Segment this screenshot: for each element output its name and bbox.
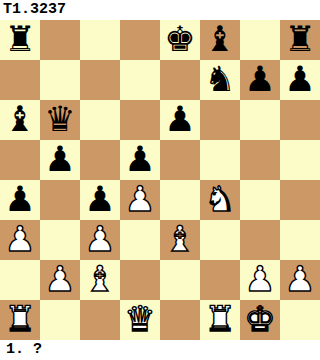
black-pawn-piece: ♟ xyxy=(244,60,275,99)
black-bishop-piece: ♝ xyxy=(4,100,35,139)
square-g5[interactable] xyxy=(240,140,280,180)
square-f1[interactable]: ♜ xyxy=(200,300,240,340)
chess-board: ♜♚♝♜♞♟♟♝♛♟♟♟♟♟♟♞♟♟♝♟♝♟♟♜♛♜♚ xyxy=(0,20,320,340)
white-bishop-piece: ♝ xyxy=(164,220,195,259)
black-pawn-piece: ♟ xyxy=(164,100,195,139)
white-knight-piece: ♞ xyxy=(204,180,235,219)
move-prompt: 1. ? xyxy=(0,340,320,360)
square-e7[interactable] xyxy=(160,60,200,100)
square-b4[interactable] xyxy=(40,180,80,220)
square-g1[interactable]: ♚ xyxy=(240,300,280,340)
black-pawn-piece: ♟ xyxy=(4,180,35,219)
square-g7[interactable]: ♟ xyxy=(240,60,280,100)
white-pawn-piece: ♟ xyxy=(44,260,75,299)
square-d1[interactable]: ♛ xyxy=(120,300,160,340)
square-a8[interactable]: ♜ xyxy=(0,20,40,60)
square-e2[interactable] xyxy=(160,260,200,300)
square-c4[interactable]: ♟ xyxy=(80,180,120,220)
square-g8[interactable] xyxy=(240,20,280,60)
square-e1[interactable] xyxy=(160,300,200,340)
square-h4[interactable] xyxy=(280,180,320,220)
square-f4[interactable]: ♞ xyxy=(200,180,240,220)
square-g6[interactable] xyxy=(240,100,280,140)
square-f6[interactable] xyxy=(200,100,240,140)
square-d6[interactable] xyxy=(120,100,160,140)
square-g3[interactable] xyxy=(240,220,280,260)
white-pawn-piece: ♟ xyxy=(244,260,275,299)
square-e6[interactable]: ♟ xyxy=(160,100,200,140)
white-rook-piece: ♜ xyxy=(204,300,235,339)
black-pawn-piece: ♟ xyxy=(124,140,155,179)
square-c5[interactable] xyxy=(80,140,120,180)
black-queen-piece: ♛ xyxy=(44,100,75,139)
white-rook-piece: ♜ xyxy=(4,300,35,339)
black-pawn-piece: ♟ xyxy=(284,60,315,99)
white-pawn-piece: ♟ xyxy=(124,180,155,219)
square-f7[interactable]: ♞ xyxy=(200,60,240,100)
square-h1[interactable] xyxy=(280,300,320,340)
square-h5[interactable] xyxy=(280,140,320,180)
square-h3[interactable] xyxy=(280,220,320,260)
white-bishop-piece: ♝ xyxy=(84,260,115,299)
square-c8[interactable] xyxy=(80,20,120,60)
black-rook-piece: ♜ xyxy=(4,20,35,59)
black-rook-piece: ♜ xyxy=(284,20,315,59)
black-pawn-piece: ♟ xyxy=(84,180,115,219)
black-knight-piece: ♞ xyxy=(204,60,235,99)
square-a5[interactable] xyxy=(0,140,40,180)
square-a3[interactable]: ♟ xyxy=(0,220,40,260)
square-e3[interactable]: ♝ xyxy=(160,220,200,260)
white-pawn-piece: ♟ xyxy=(284,260,315,299)
square-a7[interactable] xyxy=(0,60,40,100)
square-f2[interactable] xyxy=(200,260,240,300)
square-f3[interactable] xyxy=(200,220,240,260)
square-c6[interactable] xyxy=(80,100,120,140)
square-h2[interactable]: ♟ xyxy=(280,260,320,300)
white-pawn-piece: ♟ xyxy=(84,220,115,259)
square-b6[interactable]: ♛ xyxy=(40,100,80,140)
square-g4[interactable] xyxy=(240,180,280,220)
square-h7[interactable]: ♟ xyxy=(280,60,320,100)
square-d3[interactable] xyxy=(120,220,160,260)
square-f5[interactable] xyxy=(200,140,240,180)
black-pawn-piece: ♟ xyxy=(44,140,75,179)
diagram-title: T1.3237 xyxy=(0,0,320,20)
square-g2[interactable]: ♟ xyxy=(240,260,280,300)
square-a4[interactable]: ♟ xyxy=(0,180,40,220)
square-d8[interactable] xyxy=(120,20,160,60)
square-c3[interactable]: ♟ xyxy=(80,220,120,260)
black-king-piece: ♚ xyxy=(164,20,195,59)
square-d5[interactable]: ♟ xyxy=(120,140,160,180)
square-d4[interactable]: ♟ xyxy=(120,180,160,220)
black-bishop-piece: ♝ xyxy=(204,20,235,59)
square-a1[interactable]: ♜ xyxy=(0,300,40,340)
square-h6[interactable] xyxy=(280,100,320,140)
square-a6[interactable]: ♝ xyxy=(0,100,40,140)
square-e8[interactable]: ♚ xyxy=(160,20,200,60)
square-a2[interactable] xyxy=(0,260,40,300)
square-c1[interactable] xyxy=(80,300,120,340)
square-h8[interactable]: ♜ xyxy=(280,20,320,60)
white-queen-piece: ♛ xyxy=(124,300,155,339)
square-d7[interactable] xyxy=(120,60,160,100)
square-e5[interactable] xyxy=(160,140,200,180)
square-b2[interactable]: ♟ xyxy=(40,260,80,300)
square-c7[interactable] xyxy=(80,60,120,100)
square-b7[interactable] xyxy=(40,60,80,100)
square-c2[interactable]: ♝ xyxy=(80,260,120,300)
square-e4[interactable] xyxy=(160,180,200,220)
square-d2[interactable] xyxy=(120,260,160,300)
white-king-piece: ♚ xyxy=(244,300,275,339)
square-b3[interactable] xyxy=(40,220,80,260)
square-b5[interactable]: ♟ xyxy=(40,140,80,180)
white-pawn-piece: ♟ xyxy=(4,220,35,259)
square-f8[interactable]: ♝ xyxy=(200,20,240,60)
square-b1[interactable] xyxy=(40,300,80,340)
square-b8[interactable] xyxy=(40,20,80,60)
